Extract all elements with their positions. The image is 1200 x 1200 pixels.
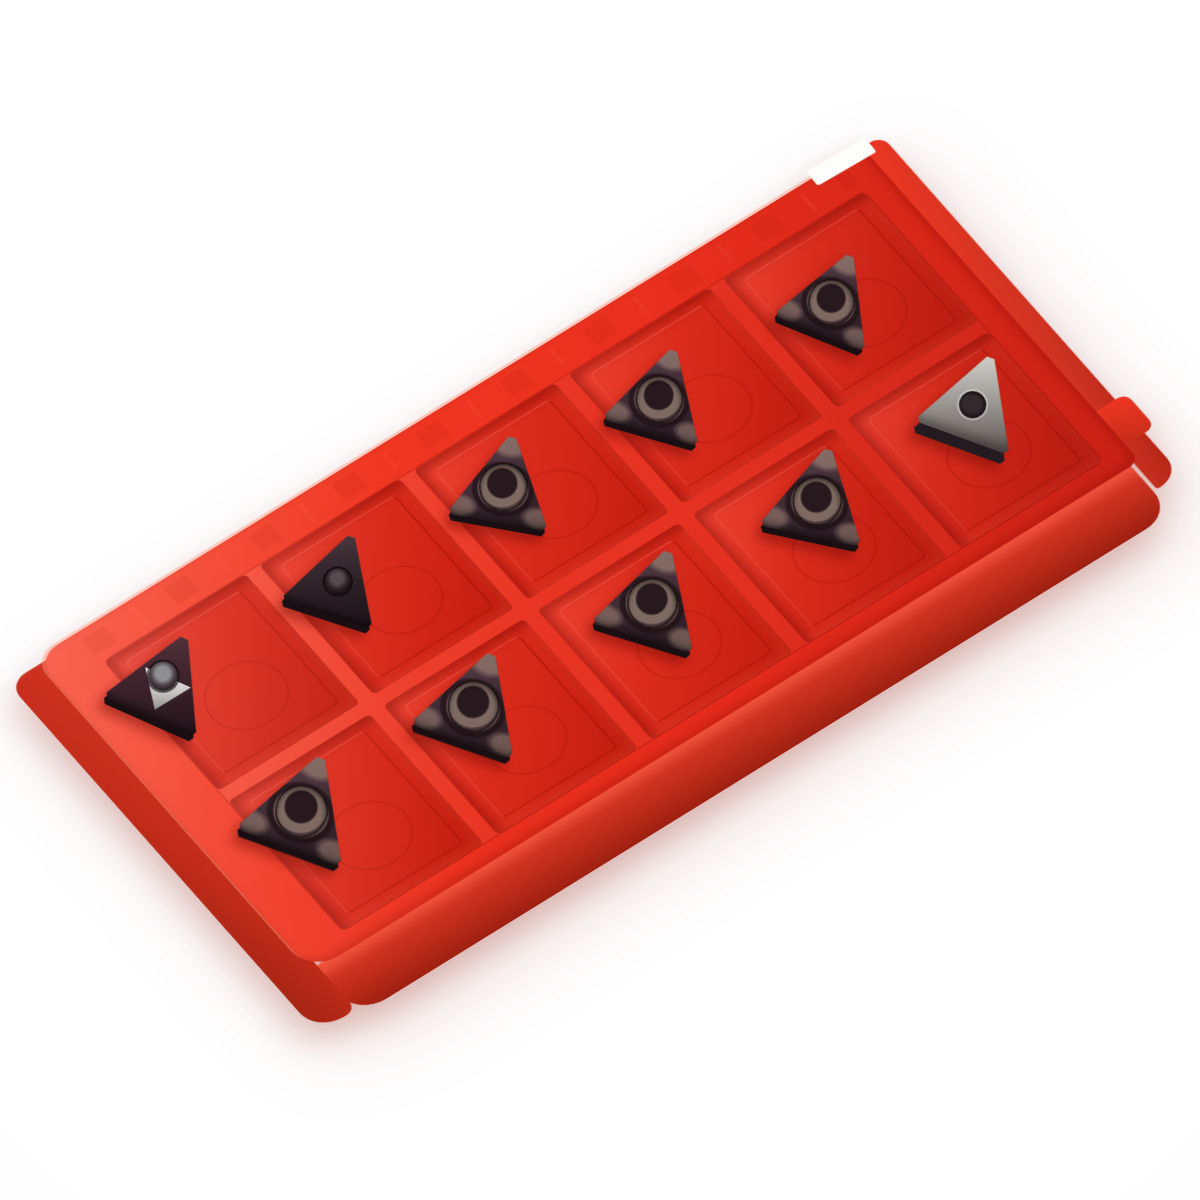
carbide-insert-r1c3 — [447, 426, 563, 531]
insert-center-hole — [477, 461, 529, 513]
carbide-insert-r1c1 — [103, 615, 232, 738]
carbide-insert-r1c5 — [773, 235, 896, 351]
product-photo — [0, 0, 1200, 1200]
insert-center-hole — [955, 388, 990, 423]
carbide-insert-r2c1 — [236, 737, 375, 867]
carbide-insert-r2c4 — [759, 436, 880, 547]
insert-top-face — [447, 426, 563, 531]
carbide-insert-r2c5 — [915, 339, 1039, 456]
insert-top-face — [410, 635, 543, 760]
insert-center-hole — [270, 780, 333, 843]
insert-center-hole — [790, 473, 845, 528]
carbide-insert-r1c2 — [280, 520, 397, 630]
insert-center-hole — [322, 565, 355, 598]
insert-center-hole — [632, 372, 686, 426]
carbide-insert-r2c3 — [591, 534, 720, 654]
inserts-layer — [0, 0, 1200, 1200]
insert-top-face — [236, 737, 375, 867]
insert-top-face — [773, 235, 896, 351]
insert-top-face — [591, 534, 720, 654]
insert-center-hole — [443, 676, 504, 737]
insert-top-face — [280, 520, 397, 630]
insert-top-face — [103, 615, 232, 738]
carbide-insert-r1c4 — [602, 335, 722, 447]
carbide-insert-r2c2 — [410, 635, 543, 760]
insert-center-hole — [804, 273, 860, 329]
insert-center-hole — [623, 574, 682, 633]
